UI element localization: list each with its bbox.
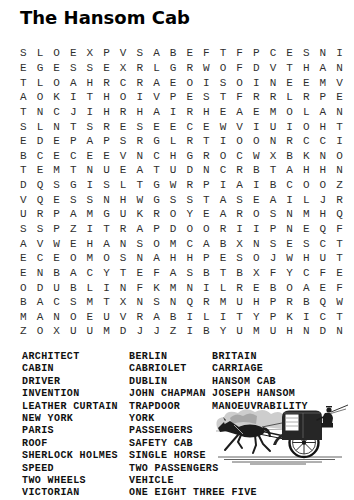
grid-cell: T bbox=[65, 163, 82, 178]
grid-cell: A bbox=[215, 207, 232, 222]
grid-cell: E bbox=[15, 61, 32, 76]
grid-cell: O bbox=[248, 134, 265, 149]
grid-cell: H bbox=[298, 163, 315, 178]
grid-cell: V bbox=[265, 61, 282, 76]
grid-cell: Z bbox=[331, 178, 348, 193]
grid-cell: N bbox=[48, 119, 65, 134]
grid-cell: A bbox=[131, 163, 148, 178]
grid-cell: C bbox=[32, 148, 49, 163]
grid-cell: N bbox=[331, 105, 348, 120]
grid-cell: F bbox=[231, 61, 248, 76]
grid-cell: M bbox=[165, 280, 182, 295]
hansom-cab-illustration bbox=[210, 404, 350, 468]
grid-cell: R bbox=[98, 75, 115, 90]
grid-cell: S bbox=[32, 222, 49, 237]
grid-cell: I bbox=[331, 46, 348, 61]
grid-cell: C bbox=[315, 310, 332, 325]
grid-cell: E bbox=[248, 280, 265, 295]
grid-cell: E bbox=[48, 192, 65, 207]
grid-cell: N bbox=[32, 266, 49, 281]
grid-cell: R bbox=[131, 61, 148, 76]
grid-cell: S bbox=[165, 192, 182, 207]
grid-cell: N bbox=[315, 46, 332, 61]
grid-cell: A bbox=[315, 105, 332, 120]
grid-cell: Y bbox=[181, 207, 198, 222]
grid-cell: X bbox=[265, 148, 282, 163]
grid-cell: P bbox=[265, 222, 282, 237]
grid-cell: S bbox=[15, 46, 32, 61]
grid-cell: T bbox=[265, 163, 282, 178]
grid-cell: X bbox=[82, 46, 99, 61]
grid-cell: I bbox=[165, 105, 182, 120]
grid-cell: M bbox=[48, 163, 65, 178]
grid-cell: Q bbox=[315, 295, 332, 310]
grid-cell: K bbox=[148, 280, 165, 295]
word-list-item: VICTORIAN bbox=[22, 487, 118, 499]
grid-cell: P bbox=[198, 251, 215, 266]
grid-cell: A bbox=[15, 90, 32, 105]
grid-cell: E bbox=[181, 46, 198, 61]
grid-cell: L bbox=[32, 46, 49, 61]
grid-cell: N bbox=[82, 163, 99, 178]
grid-cell: W bbox=[131, 192, 148, 207]
grid-cell: H bbox=[165, 251, 182, 266]
grid-cell: H bbox=[315, 119, 332, 134]
grid-cell: B bbox=[281, 148, 298, 163]
grid-cell: A bbox=[32, 310, 49, 325]
grid-cell: O bbox=[248, 207, 265, 222]
grid-cell: C bbox=[181, 236, 198, 251]
grid-cell: M bbox=[98, 324, 115, 339]
grid-cell: L bbox=[165, 134, 182, 149]
word-list-column: ARCHITECTCABINDRIVERINVENTIONLEATHER CUR… bbox=[22, 351, 118, 500]
grid-cell: B bbox=[231, 266, 248, 281]
grid-cell: E bbox=[281, 46, 298, 61]
grid-cell: P bbox=[265, 310, 282, 325]
grid-cell: Y bbox=[281, 266, 298, 281]
grid-cell: N bbox=[131, 295, 148, 310]
grid-cell: M bbox=[315, 75, 332, 90]
grid-cell: E bbox=[148, 119, 165, 134]
grid-cell: C bbox=[265, 46, 282, 61]
grid-cell: K bbox=[131, 207, 148, 222]
grid-cell: F bbox=[131, 280, 148, 295]
grid-cell: R bbox=[181, 134, 198, 149]
grid-cell: E bbox=[15, 134, 32, 149]
grid-cell: A bbox=[165, 266, 182, 281]
grid-cell: I bbox=[215, 178, 232, 193]
grid-cell: X bbox=[248, 266, 265, 281]
word-list-item: TWO WHEELS bbox=[22, 475, 118, 487]
grid-cell: P bbox=[148, 222, 165, 237]
grid-cell: C bbox=[298, 134, 315, 149]
grid-cell: I bbox=[248, 75, 265, 90]
grid-cell: O bbox=[215, 148, 232, 163]
grid-cell: B bbox=[265, 280, 282, 295]
grid-cell: I bbox=[131, 90, 148, 105]
grid-cell: W bbox=[215, 119, 232, 134]
grid-cell: N bbox=[115, 236, 132, 251]
grid-cell: T bbox=[15, 105, 32, 120]
grid-cell: U bbox=[65, 324, 82, 339]
grid-cell: E bbox=[281, 75, 298, 90]
grid-cell: Y bbox=[248, 310, 265, 325]
grid-cell: N bbox=[298, 324, 315, 339]
grid-cell: N bbox=[131, 148, 148, 163]
grid-cell: M bbox=[82, 295, 99, 310]
grid-cell: H bbox=[198, 105, 215, 120]
grid-cell: E bbox=[198, 119, 215, 134]
grid-cell: C bbox=[298, 266, 315, 281]
grid-cell: H bbox=[115, 192, 132, 207]
grid-cell: N bbox=[265, 75, 282, 90]
grid-cell: H bbox=[298, 61, 315, 76]
grid-cell: O bbox=[231, 75, 248, 90]
grid-cell: A bbox=[198, 236, 215, 251]
grid-cell: I bbox=[82, 178, 99, 193]
grid-cell: O bbox=[281, 105, 298, 120]
grid-cell: W bbox=[331, 295, 348, 310]
grid-cell: C bbox=[315, 134, 332, 149]
grid-cell: S bbox=[48, 178, 65, 193]
grid-cell: E bbox=[115, 163, 132, 178]
grid-cell: H bbox=[165, 148, 182, 163]
word-list-item: VEHICLE bbox=[129, 475, 257, 487]
grid-cell: E bbox=[82, 148, 99, 163]
grid-cell: T bbox=[98, 295, 115, 310]
grid-cell: B bbox=[165, 46, 182, 61]
grid-cell: D bbox=[32, 280, 49, 295]
grid-cell: L bbox=[115, 178, 132, 193]
grid-cell: D bbox=[15, 178, 32, 193]
grid-cell: T bbox=[215, 46, 232, 61]
grid-cell: J bbox=[65, 105, 82, 120]
grid-cell: C bbox=[48, 295, 65, 310]
grid-cell: H bbox=[82, 236, 99, 251]
grid-cell: E bbox=[165, 119, 182, 134]
grid-cell: H bbox=[131, 105, 148, 120]
grid-cell: E bbox=[315, 280, 332, 295]
grid-cell: I bbox=[181, 310, 198, 325]
grid-cell: P bbox=[48, 207, 65, 222]
grid-cell: P bbox=[98, 134, 115, 149]
grid-cell: R bbox=[281, 295, 298, 310]
grid-cell: E bbox=[165, 75, 182, 90]
word-list-item: PARIS bbox=[22, 425, 118, 437]
grid-cell: E bbox=[82, 310, 99, 325]
grid-cell: Q bbox=[181, 295, 198, 310]
grid-cell: B bbox=[65, 280, 82, 295]
grid-cell: Z bbox=[15, 324, 32, 339]
grid-cell: E bbox=[48, 251, 65, 266]
grid-cell: F bbox=[331, 222, 348, 237]
grid-cell: B bbox=[215, 236, 232, 251]
grid-cell: E bbox=[131, 266, 148, 281]
grid-cell: L bbox=[148, 61, 165, 76]
grid-cell: P bbox=[198, 178, 215, 193]
grid-cell: E bbox=[48, 134, 65, 149]
grid-cell: J bbox=[148, 324, 165, 339]
grid-cell: I bbox=[215, 134, 232, 149]
grid-cell: C bbox=[315, 236, 332, 251]
grid-cell: V bbox=[331, 75, 348, 90]
grid-cell: U bbox=[165, 163, 182, 178]
grid-cell: Q bbox=[315, 222, 332, 237]
grid-cell: A bbox=[265, 192, 282, 207]
grid-cell: I bbox=[248, 178, 265, 193]
grid-cell: D bbox=[181, 163, 198, 178]
grid-cell: C bbox=[215, 163, 232, 178]
grid-cell: R bbox=[231, 280, 248, 295]
grid-cell: O bbox=[65, 310, 82, 325]
grid-cell: P bbox=[165, 90, 182, 105]
grid-cell: M bbox=[82, 251, 99, 266]
grid-cell: G bbox=[148, 192, 165, 207]
grid-cell: O bbox=[32, 324, 49, 339]
grid-cell: W bbox=[165, 178, 182, 193]
grid-cell: M bbox=[165, 236, 182, 251]
grid-cell: S bbox=[181, 192, 198, 207]
grid-cell: E bbox=[248, 105, 265, 120]
grid-cell: T bbox=[215, 90, 232, 105]
grid-cell: F bbox=[231, 90, 248, 105]
word-list-item: SPEED bbox=[22, 463, 118, 475]
grid-cell: A bbox=[231, 178, 248, 193]
grid-cell: I bbox=[248, 222, 265, 237]
grid-cell: K bbox=[298, 148, 315, 163]
grid-cell: T bbox=[231, 310, 248, 325]
grid-cell: J bbox=[131, 324, 148, 339]
grid-cell: T bbox=[215, 266, 232, 281]
grid-cell: I bbox=[82, 105, 99, 120]
grid-cell: E bbox=[48, 61, 65, 76]
grid-cell: T bbox=[331, 310, 348, 325]
grid-cell: E bbox=[115, 119, 132, 134]
grid-cell: C bbox=[82, 266, 99, 281]
grid-cell: T bbox=[98, 222, 115, 237]
grid-cell: U bbox=[98, 310, 115, 325]
grid-cell: M bbox=[248, 324, 265, 339]
word-list-item: CARRIAGE bbox=[212, 363, 308, 375]
grid-cell: H bbox=[315, 207, 332, 222]
grid-cell: G bbox=[65, 178, 82, 193]
word-list-item: BRITAIN bbox=[212, 351, 308, 363]
grid-cell: R bbox=[181, 105, 198, 120]
grid-cell: U bbox=[82, 324, 99, 339]
grid-cell: C bbox=[65, 148, 82, 163]
grid-cell: Z bbox=[65, 222, 82, 237]
grid-cell: I bbox=[248, 119, 265, 134]
grid-cell: O bbox=[331, 148, 348, 163]
grid-cell: I bbox=[331, 134, 348, 149]
grid-cell: S bbox=[65, 61, 82, 76]
grid-cell: R bbox=[115, 222, 132, 237]
word-list-item: ROOF bbox=[22, 438, 118, 450]
grid-cell: A bbox=[298, 280, 315, 295]
grid-cell: K bbox=[281, 310, 298, 325]
grid-cell: O bbox=[215, 61, 232, 76]
grid-cell: O bbox=[231, 134, 248, 149]
grid-cell: I bbox=[215, 310, 232, 325]
grid-cell: E bbox=[215, 105, 232, 120]
grid-cell: T bbox=[65, 119, 82, 134]
grid-cell: B bbox=[48, 266, 65, 281]
grid-cell: S bbox=[131, 119, 148, 134]
grid-cell: S bbox=[298, 46, 315, 61]
grid-cell: V bbox=[115, 148, 132, 163]
grid-cell: B bbox=[248, 163, 265, 178]
grid-cell: R bbox=[115, 105, 132, 120]
grid-cell: P bbox=[315, 90, 332, 105]
grid-cell: G bbox=[98, 207, 115, 222]
grid-cell: A bbox=[65, 266, 82, 281]
grid-cell: H bbox=[98, 105, 115, 120]
grid-cell: S bbox=[115, 134, 132, 149]
grid-cell: A bbox=[32, 295, 49, 310]
grid-cell: U bbox=[15, 207, 32, 222]
grid-cell: U bbox=[231, 324, 248, 339]
grid-cell: R bbox=[248, 90, 265, 105]
grid-cell: E bbox=[65, 46, 82, 61]
grid-cell: X bbox=[115, 61, 132, 76]
grid-cell: E bbox=[298, 75, 315, 90]
grid-cell: J bbox=[265, 251, 282, 266]
grid-cell: C bbox=[281, 178, 298, 193]
grid-cell: X bbox=[48, 324, 65, 339]
grid-cell: M bbox=[265, 105, 282, 120]
grid-cell: T bbox=[115, 266, 132, 281]
grid-cell: E bbox=[215, 251, 232, 266]
grid-cell: N bbox=[281, 207, 298, 222]
grid-cell: O bbox=[298, 119, 315, 134]
grid-cell: O bbox=[281, 280, 298, 295]
grid-cell: N bbox=[331, 61, 348, 76]
grid-cell: F bbox=[231, 46, 248, 61]
grid-cell: R bbox=[148, 207, 165, 222]
grid-cell: N bbox=[198, 163, 215, 178]
grid-cell: L bbox=[281, 90, 298, 105]
grid-cell: C bbox=[32, 251, 49, 266]
grid-cell: T bbox=[198, 134, 215, 149]
grid-cell: F bbox=[265, 266, 282, 281]
grid-cell: T bbox=[15, 75, 32, 90]
grid-cell: F bbox=[331, 280, 348, 295]
grid-cell: A bbox=[98, 236, 115, 251]
grid-cell: V bbox=[15, 192, 32, 207]
grid-cell: O bbox=[298, 178, 315, 193]
grid-cell: O bbox=[198, 222, 215, 237]
grid-cell: O bbox=[148, 236, 165, 251]
grid-cell: R bbox=[231, 207, 248, 222]
word-list-item: INVENTION bbox=[22, 388, 118, 400]
grid-cell: U bbox=[231, 295, 248, 310]
grid-cell: S bbox=[131, 236, 148, 251]
grid-cell: T bbox=[198, 192, 215, 207]
grid-cell: N bbox=[281, 222, 298, 237]
grid-cell: M bbox=[298, 207, 315, 222]
grid-cell: O bbox=[65, 251, 82, 266]
grid-cell: O bbox=[15, 280, 32, 295]
grid-cell: L bbox=[198, 310, 215, 325]
grid-cell: O bbox=[181, 75, 198, 90]
grid-cell: S bbox=[231, 251, 248, 266]
grid-cell: A bbox=[15, 236, 32, 251]
word-list-item: NEW YORK bbox=[22, 413, 118, 425]
grid-cell: N bbox=[315, 148, 332, 163]
grid-cell: A bbox=[231, 105, 248, 120]
grid-cell: S bbox=[298, 236, 315, 251]
grid-cell: O bbox=[115, 90, 132, 105]
grid-cell: W bbox=[248, 148, 265, 163]
grid-cell: I bbox=[82, 222, 99, 237]
grid-cell: S bbox=[98, 178, 115, 193]
grid-cell: N bbox=[48, 310, 65, 325]
grid-cell: H bbox=[82, 75, 99, 90]
grid-cell: R bbox=[298, 90, 315, 105]
grid-cell: R bbox=[131, 75, 148, 90]
grid-cell: D bbox=[115, 324, 132, 339]
grid-cell: A bbox=[281, 163, 298, 178]
grid-cell: S bbox=[15, 119, 32, 134]
grid-cell: O bbox=[181, 222, 198, 237]
grid-cell: W bbox=[198, 61, 215, 76]
grid-cell: O bbox=[165, 207, 182, 222]
grid-cell: U bbox=[265, 119, 282, 134]
grid-cell: E bbox=[248, 192, 265, 207]
grid-cell: J bbox=[315, 192, 332, 207]
grid-cell: H bbox=[281, 324, 298, 339]
grid-cell: Z bbox=[165, 324, 182, 339]
grid-cell: S bbox=[148, 295, 165, 310]
grid-cell: A bbox=[82, 134, 99, 149]
grid-cell: S bbox=[82, 61, 99, 76]
grid-cell: L bbox=[298, 192, 315, 207]
word-list-item: SHERLOCK HOLMES bbox=[22, 450, 118, 462]
word-list-item: ONE EIGHT THREE FIVE bbox=[129, 487, 257, 499]
grid-cell: I bbox=[281, 192, 298, 207]
grid-cell: N bbox=[331, 163, 348, 178]
grid-cell: R bbox=[198, 295, 215, 310]
word-list-item: CABIN bbox=[22, 363, 118, 375]
grid-cell: E bbox=[281, 236, 298, 251]
grid-cell: U bbox=[265, 324, 282, 339]
word-list-item: HANSOM CAB bbox=[212, 376, 308, 388]
grid-cell: N bbox=[131, 251, 148, 266]
grid-cell: V bbox=[115, 310, 132, 325]
grid-cell: P bbox=[65, 134, 82, 149]
grid-cell: I bbox=[198, 75, 215, 90]
grid-cell: Q bbox=[331, 207, 348, 222]
grid-cell: F bbox=[315, 266, 332, 281]
grid-cell: D bbox=[315, 324, 332, 339]
grid-cell: S bbox=[198, 90, 215, 105]
grid-cell: S bbox=[265, 207, 282, 222]
grid-cell: K bbox=[48, 90, 65, 105]
grid-cell: S bbox=[82, 192, 99, 207]
grid-cell: O bbox=[48, 46, 65, 61]
grid-cell: E bbox=[32, 163, 49, 178]
grid-cell: W bbox=[281, 251, 298, 266]
grid-cell: S bbox=[15, 222, 32, 237]
grid-cell: I bbox=[181, 324, 198, 339]
grid-cell: P bbox=[98, 46, 115, 61]
word-list-item: ARCHITECT bbox=[22, 351, 118, 363]
grid-cell: H bbox=[98, 90, 115, 105]
grid-cell: E bbox=[98, 61, 115, 76]
grid-cell: P bbox=[48, 222, 65, 237]
grid-cell: C bbox=[231, 148, 248, 163]
grid-cell: B bbox=[265, 178, 282, 193]
